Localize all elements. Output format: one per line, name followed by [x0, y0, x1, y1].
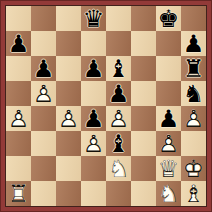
- piece-black-knight[interactable]: ♞: [181, 81, 206, 106]
- square-b1[interactable]: [31, 181, 56, 206]
- piece-white-pawn[interactable]: ♟♙: [181, 106, 206, 131]
- piece-black-pawn[interactable]: ♟: [106, 81, 131, 106]
- white-bishop-glyph-outline: ♗: [181, 181, 206, 206]
- square-d2[interactable]: [81, 156, 106, 181]
- square-b7[interactable]: [31, 31, 56, 56]
- piece-white-pawn[interactable]: ♟♙: [81, 131, 106, 156]
- square-d8[interactable]: ♛: [81, 6, 106, 31]
- square-a7[interactable]: ♟: [6, 31, 31, 56]
- square-d6[interactable]: ♟: [81, 56, 106, 81]
- square-h6[interactable]: ♜: [181, 56, 206, 81]
- square-f5[interactable]: [131, 81, 156, 106]
- square-f4[interactable]: [131, 106, 156, 131]
- square-d4[interactable]: ♟: [81, 106, 106, 131]
- square-a5[interactable]: [6, 81, 31, 106]
- square-e2[interactable]: ♞♘: [106, 156, 131, 181]
- black-pawn-glyph-fill: ♟: [106, 81, 131, 106]
- square-e6[interactable]: ♝: [106, 56, 131, 81]
- square-b5[interactable]: ♟♙: [31, 81, 56, 106]
- piece-black-bishop[interactable]: ♝: [106, 131, 131, 156]
- square-f6[interactable]: [131, 56, 156, 81]
- square-c2[interactable]: [56, 156, 81, 181]
- square-h5[interactable]: ♞: [181, 81, 206, 106]
- square-c6[interactable]: [56, 56, 81, 81]
- black-rook-glyph-fill: ♜: [181, 56, 206, 81]
- white-knight-glyph-outline: ♘: [156, 181, 181, 206]
- square-h8[interactable]: [181, 6, 206, 31]
- square-a3[interactable]: [6, 131, 31, 156]
- white-pawn-glyph-outline: ♙: [181, 106, 206, 131]
- square-d1[interactable]: [81, 181, 106, 206]
- black-pawn-glyph-fill: ♟: [81, 56, 106, 81]
- black-pawn-glyph-fill: ♟: [81, 106, 106, 131]
- white-rook-glyph-outline: ♖: [6, 181, 31, 206]
- square-c4[interactable]: ♟♙: [56, 106, 81, 131]
- black-king-glyph-fill: ♚: [156, 6, 181, 31]
- white-pawn-glyph-outline: ♙: [31, 81, 56, 106]
- black-bishop-glyph-fill: ♝: [106, 56, 131, 81]
- black-pawn-glyph-fill: ♟: [181, 31, 206, 56]
- white-knight-glyph-outline: ♘: [106, 156, 131, 181]
- piece-white-knight[interactable]: ♞♘: [156, 181, 181, 206]
- white-pawn-glyph-outline: ♙: [156, 131, 181, 156]
- square-b6[interactable]: ♟: [31, 56, 56, 81]
- piece-black-pawn[interactable]: ♟: [181, 31, 206, 56]
- square-h3[interactable]: [181, 131, 206, 156]
- piece-black-bishop[interactable]: ♝: [106, 56, 131, 81]
- square-d3[interactable]: ♟♙: [81, 131, 106, 156]
- piece-black-pawn[interactable]: ♟: [31, 56, 56, 81]
- square-h7[interactable]: ♟: [181, 31, 206, 56]
- square-g3[interactable]: ♟♙: [156, 131, 181, 156]
- white-pawn-glyph-outline: ♙: [56, 106, 81, 131]
- piece-black-queen[interactable]: ♛: [81, 6, 106, 31]
- square-e5[interactable]: ♟: [106, 81, 131, 106]
- piece-black-pawn[interactable]: ♟: [81, 56, 106, 81]
- square-g5[interactable]: [156, 81, 181, 106]
- square-g1[interactable]: ♞♘: [156, 181, 181, 206]
- square-f7[interactable]: [131, 31, 156, 56]
- square-g7[interactable]: [156, 31, 181, 56]
- square-e4[interactable]: ♟♙: [106, 106, 131, 131]
- piece-white-queen[interactable]: ♛♕: [156, 156, 181, 181]
- square-g4[interactable]: ♟: [156, 106, 181, 131]
- square-b3[interactable]: [31, 131, 56, 156]
- white-king-glyph-outline: ♔: [181, 156, 206, 181]
- square-g8[interactable]: ♚: [156, 6, 181, 31]
- piece-white-pawn[interactable]: ♟♙: [6, 106, 31, 131]
- black-bishop-glyph-fill: ♝: [106, 131, 131, 156]
- black-pawn-glyph-fill: ♟: [156, 106, 181, 131]
- square-c7[interactable]: [56, 31, 81, 56]
- piece-white-pawn[interactable]: ♟♙: [156, 131, 181, 156]
- square-c1[interactable]: [56, 181, 81, 206]
- square-e7[interactable]: [106, 31, 131, 56]
- square-h1[interactable]: ♝♗: [181, 181, 206, 206]
- black-knight-glyph-fill: ♞: [181, 81, 206, 106]
- square-f3[interactable]: [131, 131, 156, 156]
- white-pawn-glyph-outline: ♙: [106, 106, 131, 131]
- square-f1[interactable]: [131, 181, 156, 206]
- square-a4[interactable]: ♟♙: [6, 106, 31, 131]
- black-pawn-glyph-fill: ♟: [31, 56, 56, 81]
- square-e3[interactable]: ♝: [106, 131, 131, 156]
- white-pawn-glyph-outline: ♙: [6, 106, 31, 131]
- square-h2[interactable]: ♚♔: [181, 156, 206, 181]
- square-d7[interactable]: [81, 31, 106, 56]
- black-queen-glyph-fill: ♛: [81, 6, 106, 31]
- square-a6[interactable]: [6, 56, 31, 81]
- piece-black-king[interactable]: ♚: [156, 6, 181, 31]
- piece-black-rook[interactable]: ♜: [181, 56, 206, 81]
- square-c5[interactable]: [56, 81, 81, 106]
- piece-white-king[interactable]: ♚♔: [181, 156, 206, 181]
- square-g2[interactable]: ♛♕: [156, 156, 181, 181]
- square-g6[interactable]: [156, 56, 181, 81]
- piece-white-pawn[interactable]: ♟♙: [56, 106, 81, 131]
- chess-board-frame: ♛♚♟♟♟♟♝♜♟♙♟♞♟♙♟♙♟♟♙♟♟♙♟♙♝♟♙♞♘♛♕♚♔♜♖♞♘♝♗: [0, 0, 212, 212]
- piece-black-pawn[interactable]: ♟: [156, 106, 181, 131]
- square-a1[interactable]: ♜♖: [6, 181, 31, 206]
- square-a8[interactable]: [6, 6, 31, 31]
- square-h4[interactable]: ♟♙: [181, 106, 206, 131]
- piece-white-rook[interactable]: ♜♖: [6, 181, 31, 206]
- piece-black-pawn[interactable]: ♟: [81, 106, 106, 131]
- square-b4[interactable]: [31, 106, 56, 131]
- square-b8[interactable]: [31, 6, 56, 31]
- piece-white-bishop[interactable]: ♝♗: [181, 181, 206, 206]
- piece-white-knight[interactable]: ♞♘: [106, 156, 131, 181]
- white-queen-glyph-outline: ♕: [156, 156, 181, 181]
- square-e1[interactable]: [106, 181, 131, 206]
- chess-board: ♛♚♟♟♟♟♝♜♟♙♟♞♟♙♟♙♟♟♙♟♟♙♟♙♝♟♙♞♘♛♕♚♔♜♖♞♘♝♗: [6, 6, 206, 206]
- square-a2[interactable]: [6, 156, 31, 181]
- piece-black-pawn[interactable]: ♟: [6, 31, 31, 56]
- square-d5[interactable]: [81, 81, 106, 106]
- square-f2[interactable]: [131, 156, 156, 181]
- piece-white-pawn[interactable]: ♟♙: [31, 81, 56, 106]
- square-f8[interactable]: [131, 6, 156, 31]
- piece-white-pawn[interactable]: ♟♙: [106, 106, 131, 131]
- square-e8[interactable]: [106, 6, 131, 31]
- square-c8[interactable]: [56, 6, 81, 31]
- black-pawn-glyph-fill: ♟: [6, 31, 31, 56]
- square-c3[interactable]: [56, 131, 81, 156]
- square-b2[interactable]: [31, 156, 56, 181]
- white-pawn-glyph-outline: ♙: [81, 131, 106, 156]
